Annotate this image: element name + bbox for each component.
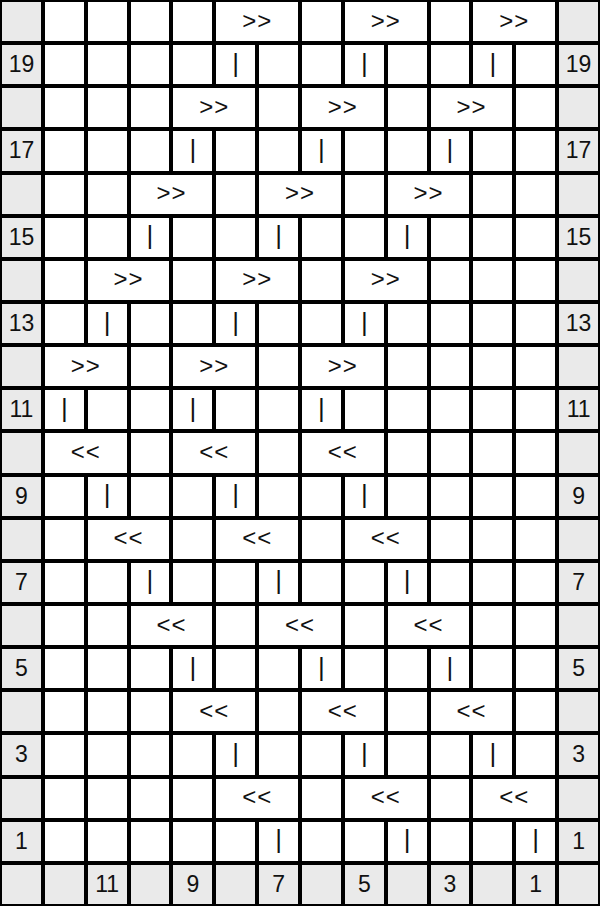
row-number-label-right: 15: [559, 218, 598, 257]
shift-right-cell: >>: [302, 347, 384, 386]
row-label-spacer-left: [2, 261, 41, 300]
empty-cell: [173, 563, 212, 602]
stitch-number-label: 5: [345, 865, 384, 904]
empty-cell: [45, 218, 84, 257]
empty-cell: [473, 218, 512, 257]
empty-cell: [45, 131, 84, 170]
empty-cell: [216, 563, 255, 602]
empty-cell: [259, 735, 298, 774]
empty-cell: [45, 563, 84, 602]
empty-cell: [431, 390, 470, 429]
empty-cell: [216, 131, 255, 170]
empty-cell: [173, 520, 212, 559]
empty-cell: [431, 520, 470, 559]
row-label-spacer-left: [2, 433, 41, 472]
stitch-label-spacer: [388, 865, 427, 904]
shift-left-cell: <<: [302, 433, 384, 472]
row-label-spacer-right: [559, 261, 598, 300]
empty-cell: [88, 563, 127, 602]
shift-left-cell: <<: [45, 433, 127, 472]
shift-right-cell: >>: [216, 261, 298, 300]
empty-cell: [131, 347, 170, 386]
empty-cell: [431, 735, 470, 774]
empty-cell: [259, 347, 298, 386]
row-number-label-right: 1: [559, 822, 598, 861]
empty-cell: [45, 822, 84, 861]
knit-stitch-cell: |: [345, 45, 384, 84]
empty-cell: [302, 735, 341, 774]
empty-cell: [88, 218, 127, 257]
empty-cell: [216, 175, 255, 214]
shift-left-cell: <<: [345, 520, 427, 559]
knit-stitch-cell: |: [173, 649, 212, 688]
row-number-label-left: 15: [2, 218, 41, 257]
empty-cell: [259, 131, 298, 170]
empty-cell: [516, 563, 555, 602]
empty-cell: [516, 649, 555, 688]
shift-left-cell: <<: [173, 692, 255, 731]
empty-cell: [216, 649, 255, 688]
row-label-spacer-right: [559, 433, 598, 472]
shift-left-cell: <<: [259, 606, 341, 645]
empty-cell: [516, 261, 555, 300]
row-label-spacer-right: [559, 692, 598, 731]
knit-stitch-cell: |: [345, 304, 384, 343]
empty-cell: [131, 649, 170, 688]
empty-cell: [388, 131, 427, 170]
empty-cell: [388, 735, 427, 774]
empty-cell: [88, 131, 127, 170]
empty-cell: [516, 692, 555, 731]
row-label-spacer-right: [559, 175, 598, 214]
row-label-spacer-right: [559, 520, 598, 559]
empty-cell: [345, 606, 384, 645]
empty-cell: [473, 347, 512, 386]
row-label-spacer-right: [559, 347, 598, 386]
empty-cell: [388, 649, 427, 688]
empty-cell: [345, 131, 384, 170]
stitch-label-spacer: [216, 865, 255, 904]
empty-cell: [345, 175, 384, 214]
stitch-number-label: 9: [173, 865, 212, 904]
row-number-label-right: 7: [559, 563, 598, 602]
empty-cell: [45, 649, 84, 688]
empty-cell: [516, 477, 555, 516]
empty-cell: [388, 433, 427, 472]
row-label-spacer-left: [2, 88, 41, 127]
knit-stitch-cell: |: [259, 822, 298, 861]
empty-cell: [259, 692, 298, 731]
empty-cell: [259, 88, 298, 127]
shift-right-cell: >>: [45, 347, 127, 386]
empty-cell: [302, 520, 341, 559]
empty-cell: [516, 606, 555, 645]
empty-cell: [88, 390, 127, 429]
stitch-label-spacer: [473, 865, 512, 904]
empty-cell: [131, 131, 170, 170]
empty-cell: [431, 261, 470, 300]
empty-cell: [45, 606, 84, 645]
empty-cell: [216, 606, 255, 645]
shift-right-cell: >>: [131, 175, 213, 214]
row-label-spacer-left: [2, 606, 41, 645]
empty-cell: [131, 433, 170, 472]
knit-stitch-cell: |: [131, 563, 170, 602]
row-number-label-left: 3: [2, 735, 41, 774]
knit-stitch-cell: |: [516, 822, 555, 861]
empty-cell: [173, 261, 212, 300]
knit-stitch-cell: |: [345, 477, 384, 516]
row-number-label-right: 5: [559, 649, 598, 688]
empty-cell: [88, 779, 127, 818]
row-number-label-right: 13: [559, 304, 598, 343]
knit-stitch-cell: |: [216, 45, 255, 84]
empty-cell: [131, 822, 170, 861]
empty-cell: [431, 2, 470, 41]
empty-cell: [473, 563, 512, 602]
empty-cell: [516, 347, 555, 386]
row-number-label-left: 11: [2, 390, 41, 429]
shift-right-cell: >>: [388, 175, 470, 214]
empty-cell: [473, 822, 512, 861]
empty-cell: [345, 563, 384, 602]
empty-cell: [88, 649, 127, 688]
empty-cell: [131, 2, 170, 41]
empty-cell: [131, 477, 170, 516]
empty-cell: [388, 390, 427, 429]
row-number-label-left: 1: [2, 822, 41, 861]
empty-cell: [259, 304, 298, 343]
shift-right-cell: >>: [302, 88, 384, 127]
stitch-label-spacer: [131, 865, 170, 904]
empty-cell: [45, 477, 84, 516]
empty-cell: [302, 2, 341, 41]
empty-cell: [88, 45, 127, 84]
empty-cell: [302, 477, 341, 516]
row-number-label-right: 9: [559, 477, 598, 516]
stitch-label-spacer: [45, 865, 84, 904]
knit-stitch-cell: |: [302, 131, 341, 170]
empty-cell: [45, 45, 84, 84]
empty-cell: [302, 779, 341, 818]
empty-cell: [302, 218, 341, 257]
empty-cell: [431, 433, 470, 472]
row-label-spacer-left: [2, 520, 41, 559]
empty-cell: [473, 477, 512, 516]
shift-left-cell: <<: [388, 606, 470, 645]
shift-left-cell: <<: [88, 520, 170, 559]
empty-cell: [45, 779, 84, 818]
empty-cell: [173, 735, 212, 774]
knit-stitch-cell: |: [88, 477, 127, 516]
empty-cell: [345, 218, 384, 257]
empty-cell: [473, 433, 512, 472]
empty-cell: [473, 520, 512, 559]
empty-cell: [259, 649, 298, 688]
knit-stitch-cell: |: [431, 131, 470, 170]
empty-cell: [88, 606, 127, 645]
empty-cell: [388, 88, 427, 127]
knit-stitch-cell: |: [259, 563, 298, 602]
empty-cell: [131, 735, 170, 774]
row-number-label-left: 9: [2, 477, 41, 516]
empty-cell: [88, 692, 127, 731]
empty-cell: [173, 779, 212, 818]
empty-cell: [516, 175, 555, 214]
empty-cell: [259, 477, 298, 516]
row-number-label-left: 7: [2, 563, 41, 602]
empty-cell: [259, 433, 298, 472]
row-number-label-left: 19: [2, 45, 41, 84]
empty-cell: [473, 175, 512, 214]
empty-cell: [216, 390, 255, 429]
knit-stitch-cell: |: [45, 390, 84, 429]
empty-cell: [431, 218, 470, 257]
empty-cell: [45, 735, 84, 774]
shift-left-cell: <<: [302, 692, 384, 731]
shift-right-cell: >>: [88, 261, 170, 300]
empty-cell: [473, 261, 512, 300]
empty-cell: [302, 261, 341, 300]
shift-right-cell: >>: [345, 261, 427, 300]
empty-cell: [302, 563, 341, 602]
empty-cell: [173, 477, 212, 516]
shift-left-cell: <<: [216, 520, 298, 559]
row-number-label-left: 13: [2, 304, 41, 343]
empty-cell: [45, 304, 84, 343]
knit-stitch-cell: |: [388, 218, 427, 257]
shift-left-cell: <<: [131, 606, 213, 645]
empty-cell: [131, 45, 170, 84]
row-number-label-left: 17: [2, 131, 41, 170]
empty-cell: [45, 520, 84, 559]
knit-stitch-cell: |: [302, 649, 341, 688]
shift-left-cell: <<: [431, 692, 513, 731]
empty-cell: [431, 563, 470, 602]
knit-stitch-cell: |: [473, 45, 512, 84]
stitch-number-label: 3: [431, 865, 470, 904]
row-number-label-right: 3: [559, 735, 598, 774]
empty-cell: [173, 2, 212, 41]
empty-cell: [173, 822, 212, 861]
empty-cell: [216, 218, 255, 257]
stitch-number-label: 11: [88, 865, 127, 904]
knit-stitch-cell: |: [131, 218, 170, 257]
row-number-label-right: 19: [559, 45, 598, 84]
shift-right-cell: >>: [216, 2, 298, 41]
empty-cell: [345, 390, 384, 429]
knit-stitch-cell: |: [473, 735, 512, 774]
empty-cell: [473, 606, 512, 645]
empty-cell: [516, 735, 555, 774]
empty-cell: [302, 45, 341, 84]
shift-right-cell: >>: [473, 2, 555, 41]
empty-cell: [473, 131, 512, 170]
shift-left-cell: <<: [216, 779, 298, 818]
empty-cell: [131, 779, 170, 818]
empty-cell: [473, 390, 512, 429]
empty-cell: [173, 45, 212, 84]
row-label-spacer-right: [559, 88, 598, 127]
shift-right-cell: >>: [173, 347, 255, 386]
knit-stitch-cell: |: [388, 822, 427, 861]
corner-cell: [559, 865, 598, 904]
row-label-spacer-right: [559, 606, 598, 645]
knit-stitch-cell: |: [345, 735, 384, 774]
knitting-chart-board: >>>>>>19|||19>>>>>>17|||17>>>>>>15|||15>…: [0, 0, 600, 906]
knit-stitch-cell: |: [216, 735, 255, 774]
knit-stitch-cell: |: [173, 131, 212, 170]
empty-cell: [302, 304, 341, 343]
knit-stitch-cell: |: [173, 390, 212, 429]
row-label-spacer-left: [2, 692, 41, 731]
shift-right-cell: >>: [345, 2, 427, 41]
row-label-spacer-left: [2, 779, 41, 818]
empty-cell: [431, 45, 470, 84]
shift-left-cell: <<: [345, 779, 427, 818]
empty-cell: [473, 304, 512, 343]
empty-cell: [259, 45, 298, 84]
empty-cell: [516, 131, 555, 170]
empty-cell: [131, 390, 170, 429]
empty-cell: [173, 304, 212, 343]
empty-cell: [345, 822, 384, 861]
empty-cell: [388, 692, 427, 731]
empty-cell: [259, 390, 298, 429]
knit-stitch-cell: |: [88, 304, 127, 343]
knit-stitch-cell: |: [302, 390, 341, 429]
shift-right-cell: >>: [173, 88, 255, 127]
row-label-spacer-left: [2, 2, 41, 41]
row-label-spacer-right: [559, 2, 598, 41]
empty-cell: [131, 88, 170, 127]
shift-left-cell: <<: [473, 779, 555, 818]
empty-cell: [516, 88, 555, 127]
empty-cell: [88, 735, 127, 774]
shift-left-cell: <<: [173, 433, 255, 472]
knit-stitch-cell: |: [388, 563, 427, 602]
empty-cell: [388, 477, 427, 516]
empty-cell: [45, 2, 84, 41]
row-label-spacer-left: [2, 175, 41, 214]
empty-cell: [173, 218, 212, 257]
stitch-number-label: 7: [259, 865, 298, 904]
empty-cell: [131, 692, 170, 731]
knit-stitch-cell: |: [431, 649, 470, 688]
empty-cell: [216, 822, 255, 861]
knit-stitch-cell: |: [216, 477, 255, 516]
row-label-spacer-right: [559, 779, 598, 818]
empty-cell: [388, 347, 427, 386]
empty-cell: [88, 2, 127, 41]
empty-cell: [431, 477, 470, 516]
empty-cell: [45, 175, 84, 214]
empty-cell: [345, 649, 384, 688]
empty-cell: [516, 390, 555, 429]
empty-cell: [516, 218, 555, 257]
empty-cell: [45, 261, 84, 300]
row-label-spacer-left: [2, 347, 41, 386]
empty-cell: [516, 433, 555, 472]
row-number-label-right: 11: [559, 390, 598, 429]
knit-stitch-cell: |: [259, 218, 298, 257]
knit-stitch-cell: |: [216, 304, 255, 343]
corner-cell: [2, 865, 41, 904]
empty-cell: [431, 304, 470, 343]
empty-cell: [388, 304, 427, 343]
empty-cell: [131, 304, 170, 343]
empty-cell: [45, 692, 84, 731]
shift-right-cell: >>: [431, 88, 513, 127]
empty-cell: [88, 175, 127, 214]
empty-cell: [431, 347, 470, 386]
empty-cell: [473, 649, 512, 688]
empty-cell: [88, 88, 127, 127]
empty-cell: [45, 88, 84, 127]
row-number-label-left: 5: [2, 649, 41, 688]
shift-right-cell: >>: [259, 175, 341, 214]
empty-cell: [302, 822, 341, 861]
row-number-label-right: 17: [559, 131, 598, 170]
empty-cell: [388, 45, 427, 84]
empty-cell: [431, 822, 470, 861]
stitch-number-label: 1: [516, 865, 555, 904]
empty-cell: [516, 45, 555, 84]
empty-cell: [516, 520, 555, 559]
empty-cell: [516, 304, 555, 343]
empty-cell: [88, 822, 127, 861]
empty-cell: [431, 779, 470, 818]
stitch-label-spacer: [302, 865, 341, 904]
